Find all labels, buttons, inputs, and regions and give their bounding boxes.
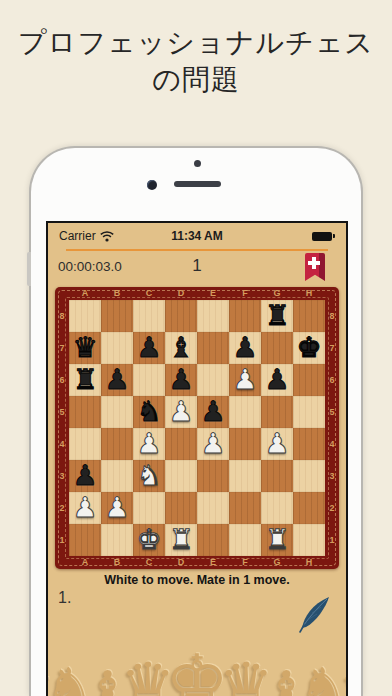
black-rook[interactable]: ♜ (69, 364, 101, 396)
square-c1[interactable]: ♚ (133, 524, 165, 556)
square-d5[interactable]: ♟ (165, 396, 197, 428)
white-knight[interactable]: ♞ (133, 460, 165, 492)
white-pawn[interactable]: ♟ (165, 396, 197, 428)
black-pawn[interactable]: ♟ (165, 364, 197, 396)
square-g8[interactable]: ♜ (261, 300, 293, 332)
rank-label-6: 6 (55, 364, 69, 396)
square-c4[interactable]: ♟ (133, 428, 165, 460)
white-rook[interactable]: ♜ (165, 524, 197, 556)
square-e7[interactable] (197, 332, 229, 364)
square-f6[interactable]: ♟ (229, 364, 261, 396)
square-c3[interactable]: ♞ (133, 460, 165, 492)
square-h4[interactable] (293, 428, 325, 460)
square-f5[interactable] (229, 396, 261, 428)
black-pawn[interactable]: ♟ (229, 332, 261, 364)
black-king[interactable]: ♚ (293, 332, 325, 364)
file-label-e: E (197, 556, 229, 569)
rank-label-1: 1 (325, 524, 339, 556)
white-pawn[interactable]: ♟ (133, 428, 165, 460)
decor-piece: ♛ (219, 656, 274, 696)
status-time: 11:34 AM (48, 229, 346, 243)
decor-piece: ♞ (299, 662, 348, 696)
rank-label-7: 7 (325, 332, 339, 364)
white-pawn[interactable]: ♟ (69, 492, 101, 524)
square-b7[interactable] (101, 332, 133, 364)
file-label-d: D (165, 287, 197, 300)
square-f7[interactable]: ♟ (229, 332, 261, 364)
file-label-d: D (165, 556, 197, 569)
black-queen[interactable]: ♛ (69, 332, 101, 364)
rank-label-8: 8 (55, 300, 69, 332)
decor-piece: ♜ (339, 674, 348, 696)
file-label-c: C (133, 556, 165, 569)
square-a3[interactable]: ♟ (69, 460, 101, 492)
proximity-sensor-dot (194, 160, 201, 167)
square-e8[interactable] (197, 300, 229, 332)
page-title: プロフェッショナルチェス の問題 (0, 24, 392, 98)
black-rook[interactable]: ♜ (261, 300, 293, 332)
square-b8[interactable] (101, 300, 133, 332)
file-label-c: C (133, 287, 165, 300)
black-pawn[interactable]: ♟ (197, 396, 229, 428)
square-f4[interactable] (229, 428, 261, 460)
square-f2[interactable] (229, 492, 261, 524)
square-b4[interactable] (101, 428, 133, 460)
white-pawn[interactable]: ♟ (261, 428, 293, 460)
decor-piece: ♜ (46, 674, 55, 696)
status-bar: Carrier 11:34 AM (48, 223, 346, 249)
rank-labels-left: 87654321 (55, 300, 69, 556)
square-f3[interactable] (229, 460, 261, 492)
square-e1[interactable] (197, 524, 229, 556)
square-d3[interactable] (165, 460, 197, 492)
chess-board[interactable]: ABCDEFGH ABCDEFGH 87654321 87654321 ♜♛♟♝… (55, 287, 339, 569)
square-b3[interactable] (101, 460, 133, 492)
square-b2[interactable]: ♟ (101, 492, 133, 524)
puzzle-caption: White to move. Mate in 1 move. (48, 573, 346, 587)
file-labels-bottom: ABCDEFGH (69, 556, 325, 569)
square-e3[interactable] (197, 460, 229, 492)
rank-label-4: 4 (325, 428, 339, 460)
app-screen: Carrier 11:34 AM 00:00:03.0 1 (46, 221, 348, 696)
puzzle-number: 1 (48, 256, 346, 276)
square-e2[interactable] (197, 492, 229, 524)
square-c5[interactable]: ♞ (133, 396, 165, 428)
white-pawn[interactable]: ♟ (229, 364, 261, 396)
square-h6[interactable] (293, 364, 325, 396)
square-e4[interactable]: ♟ (197, 428, 229, 460)
file-label-a: A (69, 556, 101, 569)
square-g1[interactable]: ♜ (261, 524, 293, 556)
decor-piece: ♞ (46, 662, 95, 696)
black-knight[interactable]: ♞ (133, 396, 165, 428)
square-d6[interactable]: ♟ (165, 364, 197, 396)
square-d8[interactable] (165, 300, 197, 332)
file-label-e: E (197, 287, 229, 300)
rank-label-7: 7 (55, 332, 69, 364)
file-label-f: F (229, 287, 261, 300)
square-b6[interactable]: ♟ (101, 364, 133, 396)
square-a2[interactable]: ♟ (69, 492, 101, 524)
square-h5[interactable] (293, 396, 325, 428)
black-pawn[interactable]: ♟ (101, 364, 133, 396)
decor-piece: ♚ (165, 647, 229, 696)
square-a6[interactable]: ♜ (69, 364, 101, 396)
square-f1[interactable] (229, 524, 261, 556)
square-c8[interactable] (133, 300, 165, 332)
square-d4[interactable] (165, 428, 197, 460)
square-a4[interactable] (69, 428, 101, 460)
square-g5[interactable] (261, 396, 293, 428)
move-number: 1. (58, 589, 71, 607)
square-e5[interactable]: ♟ (197, 396, 229, 428)
square-b1[interactable] (101, 524, 133, 556)
square-a5[interactable] (69, 396, 101, 428)
file-label-h: H (293, 556, 325, 569)
square-h7[interactable]: ♚ (293, 332, 325, 364)
square-h3[interactable] (293, 460, 325, 492)
bookmark-add-icon[interactable] (305, 253, 325, 281)
rank-label-6: 6 (325, 364, 339, 396)
file-label-h: H (293, 287, 325, 300)
rank-label-5: 5 (325, 396, 339, 428)
black-bishop[interactable]: ♝ (165, 332, 197, 364)
front-camera-dot (147, 180, 157, 190)
square-h8[interactable] (293, 300, 325, 332)
bookmark-plus-icon (308, 261, 320, 265)
square-h1[interactable] (293, 524, 325, 556)
square-g7[interactable] (261, 332, 293, 364)
square-d1[interactable]: ♜ (165, 524, 197, 556)
square-c2[interactable] (133, 492, 165, 524)
file-label-g: G (261, 556, 293, 569)
black-pawn[interactable]: ♟ (261, 364, 293, 396)
rank-label-1: 1 (55, 524, 69, 556)
earpiece-speaker (174, 181, 221, 187)
black-pawn[interactable]: ♟ (69, 460, 101, 492)
move-list-area: 1. (48, 587, 346, 645)
decor-piece: ♝ (264, 666, 310, 696)
phone-side-button (27, 252, 31, 286)
rank-labels-right: 87654321 (325, 300, 339, 556)
white-rook[interactable]: ♜ (261, 524, 293, 556)
square-c6[interactable] (133, 364, 165, 396)
quill-pen-icon[interactable] (297, 595, 333, 633)
phone-frame: Carrier 11:34 AM 00:00:03.0 1 (29, 146, 363, 696)
rank-label-2: 2 (55, 492, 69, 524)
square-g2[interactable] (261, 492, 293, 524)
square-e6[interactable] (197, 364, 229, 396)
board-grid: ♜♛♟♝♟♚♜♟♟♟♟♞♟♟♟♟♟♟♞♟♟♚♜♜ (69, 300, 325, 556)
square-g3[interactable] (261, 460, 293, 492)
rank-label-5: 5 (55, 396, 69, 428)
page-title-line1: プロフェッショナルチェス (0, 24, 392, 61)
square-f8[interactable] (229, 300, 261, 332)
square-d2[interactable] (165, 492, 197, 524)
square-g6[interactable]: ♟ (261, 364, 293, 396)
square-b5[interactable] (101, 396, 133, 428)
white-pawn[interactable]: ♟ (197, 428, 229, 460)
black-pawn[interactable]: ♟ (133, 332, 165, 364)
rank-label-4: 4 (55, 428, 69, 460)
square-a8[interactable] (69, 300, 101, 332)
rank-label-3: 3 (325, 460, 339, 492)
square-a7[interactable]: ♛ (69, 332, 101, 364)
square-a1[interactable] (69, 524, 101, 556)
rank-label-8: 8 (325, 300, 339, 332)
file-label-a: A (69, 287, 101, 300)
white-pawn[interactable]: ♟ (101, 492, 133, 524)
square-h2[interactable] (293, 492, 325, 524)
puzzle-toolbar: 00:00:03.0 1 (48, 251, 346, 284)
square-g4[interactable]: ♟ (261, 428, 293, 460)
square-c7[interactable]: ♟ (133, 332, 165, 364)
white-king[interactable]: ♚ (133, 524, 165, 556)
decor-piece: ♝ (85, 666, 131, 696)
decor-piece: ♛ (120, 656, 175, 696)
page-title-line2: の問題 (0, 61, 392, 98)
square-d7[interactable]: ♝ (165, 332, 197, 364)
file-label-f: F (229, 556, 261, 569)
rank-label-3: 3 (55, 460, 69, 492)
rank-label-2: 2 (325, 492, 339, 524)
file-label-b: B (101, 556, 133, 569)
file-label-b: B (101, 287, 133, 300)
